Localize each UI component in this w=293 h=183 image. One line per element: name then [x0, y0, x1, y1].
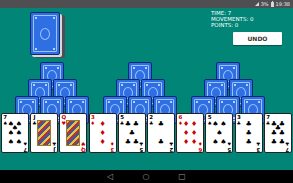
card-pips: ♦♦♦♦♦♦ [182, 121, 198, 145]
card-index: 3♣ [256, 141, 260, 152]
card-index: 2♣ [169, 141, 173, 152]
battery-icon [271, 2, 274, 7]
card-index: J♣ [32, 115, 36, 126]
face-card-portrait [66, 120, 80, 146]
card-6D[interactable]: 6♦6♦♦♦♦♦♦♦ [176, 113, 204, 153]
card-pips: ♣♣ [153, 121, 169, 145]
clock-text: 19:38 [276, 0, 290, 8]
card-index: Q♥ [81, 141, 86, 152]
card-pips: ♦♦♦ [95, 121, 111, 145]
nav-home-button[interactable]: ○ [139, 170, 153, 183]
android-status-bar: 3% 19:38 [0, 0, 293, 8]
card-index: 7♣ [285, 141, 289, 152]
android-nav-bar: ◁ ○ ▢ [0, 170, 293, 183]
card-index: 5♣ [139, 141, 143, 152]
undo-button[interactable]: UNDO [233, 32, 282, 45]
card-5S[interactable]: 5♠5♠♠♠♠♠♠ [205, 113, 233, 153]
card-2C[interactable]: 2♣2♣♣♣ [147, 113, 175, 153]
card-index: 6♦ [198, 141, 202, 152]
card-index: Q♥ [61, 115, 66, 126]
face-card-portrait [37, 120, 51, 146]
card-index: 5♠ [227, 141, 231, 152]
card-index: 3♦ [110, 141, 114, 152]
card-pips: ♣♣♣♣♣ [124, 121, 140, 145]
signal-icon [255, 2, 259, 6]
battery-percent-text: 3% [261, 0, 269, 8]
card-3C[interactable]: 3♣3♣♣♣♣ [235, 113, 263, 153]
card-pips: ♣♣♣♣♣♣♣ [270, 121, 286, 145]
points-label: POINTS: 0 [211, 22, 238, 28]
nav-recents-button[interactable]: ▢ [175, 170, 189, 183]
card-QH[interactable]: Q♥Q♥ [59, 113, 87, 153]
nav-back-button[interactable]: ◁ [103, 170, 117, 183]
card-index: J♣ [52, 141, 56, 152]
card-5C[interactable]: 5♣5♣♣♣♣♣♣ [118, 113, 146, 153]
stock-pile[interactable] [30, 12, 60, 55]
card-pips: ♣♣♣ [241, 121, 257, 145]
card-index: 7♠ [23, 141, 27, 152]
card-pips: ♠♠♠♠♠♠♠ [7, 121, 23, 145]
card-pips: ♠♠♠♠♠ [211, 121, 227, 145]
card-3D[interactable]: 3♦3♦♦♦♦ [89, 113, 117, 153]
app-screen: 3% 19:38 TIME: 7 MOVEMENTS: 0 POINTS: 0 … [0, 0, 293, 183]
card-JC[interactable]: J♣J♣ [30, 113, 58, 153]
card-7S[interactable]: 7♠7♠♠♠♠♠♠♠♠ [1, 113, 29, 153]
card-back-emblem [40, 28, 50, 40]
card-7C[interactable]: 7♣7♣♣♣♣♣♣♣♣ [264, 113, 292, 153]
